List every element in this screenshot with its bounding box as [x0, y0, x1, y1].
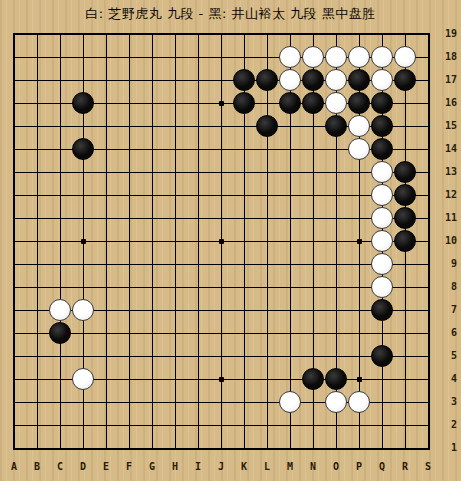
stone-white-q13 — [371, 161, 393, 183]
stone-white-q11 — [371, 207, 393, 229]
stone-black-o4 — [325, 368, 347, 390]
col-label-d: D — [75, 461, 91, 473]
stone-white-p14 — [348, 138, 370, 160]
col-label-o: O — [328, 461, 344, 473]
col-label-r: R — [397, 461, 413, 473]
col-label-p: P — [351, 461, 367, 473]
stone-white-p15 — [348, 115, 370, 137]
col-label-l: L — [259, 461, 275, 473]
go-game-viewer: 白: 芝野虎丸 九段 - 黑: 井山裕太 九段 黑中盘胜 ABCDEFGHIJK… — [0, 0, 461, 481]
stone-black-q14 — [371, 138, 393, 160]
stone-white-r18 — [394, 46, 416, 68]
row-label-19: 19 — [434, 28, 457, 40]
row-label-6: 6 — [434, 327, 457, 339]
stone-black-q15 — [371, 115, 393, 137]
stone-white-p18 — [348, 46, 370, 68]
stone-black-d16 — [72, 92, 94, 114]
row-label-15: 15 — [434, 120, 457, 132]
stone-black-p16 — [348, 92, 370, 114]
star-point-j16 — [219, 101, 224, 106]
stone-white-m3 — [279, 391, 301, 413]
stone-black-p17 — [348, 69, 370, 91]
stone-white-c7 — [49, 299, 71, 321]
row-label-5: 5 — [434, 350, 457, 362]
stone-white-o17 — [325, 69, 347, 91]
stone-black-l15 — [256, 115, 278, 137]
row-label-2: 2 — [434, 419, 457, 431]
col-label-q: Q — [374, 461, 390, 473]
row-label-12: 12 — [434, 189, 457, 201]
star-point-p10 — [357, 239, 362, 244]
col-label-c: C — [52, 461, 68, 473]
stone-white-m18 — [279, 46, 301, 68]
stone-white-d4 — [72, 368, 94, 390]
row-label-7: 7 — [434, 304, 457, 316]
row-label-10: 10 — [434, 235, 457, 247]
stone-black-q16 — [371, 92, 393, 114]
stone-white-q8 — [371, 276, 393, 298]
col-label-i: I — [190, 461, 206, 473]
stone-black-k17 — [233, 69, 255, 91]
star-point-j4 — [219, 377, 224, 382]
row-label-9: 9 — [434, 258, 457, 270]
col-label-b: B — [29, 461, 45, 473]
stone-black-m16 — [279, 92, 301, 114]
stone-black-r17 — [394, 69, 416, 91]
star-point-j10 — [219, 239, 224, 244]
stone-black-c6 — [49, 322, 71, 344]
row-label-3: 3 — [434, 396, 457, 408]
game-title: 白: 芝野虎丸 九段 - 黑: 井山裕太 九段 黑中盘胜 — [0, 5, 461, 23]
col-label-g: G — [144, 461, 160, 473]
stone-black-n16 — [302, 92, 324, 114]
stone-black-d14 — [72, 138, 94, 160]
stone-black-q7 — [371, 299, 393, 321]
row-label-4: 4 — [434, 373, 457, 385]
col-label-a: A — [6, 461, 22, 473]
col-label-k: K — [236, 461, 252, 473]
col-label-e: E — [98, 461, 114, 473]
stone-white-o3 — [325, 391, 347, 413]
stone-black-r10 — [394, 230, 416, 252]
stone-black-n4 — [302, 368, 324, 390]
row-label-13: 13 — [434, 166, 457, 178]
stone-white-p3 — [348, 391, 370, 413]
stone-white-q12 — [371, 184, 393, 206]
stone-white-q10 — [371, 230, 393, 252]
stone-white-m17 — [279, 69, 301, 91]
col-label-s: S — [420, 461, 436, 473]
row-label-11: 11 — [434, 212, 457, 224]
stone-black-r11 — [394, 207, 416, 229]
row-label-14: 14 — [434, 143, 457, 155]
stone-black-k16 — [233, 92, 255, 114]
col-label-f: F — [121, 461, 137, 473]
row-label-8: 8 — [434, 281, 457, 293]
stone-white-q18 — [371, 46, 393, 68]
stone-black-l17 — [256, 69, 278, 91]
row-label-18: 18 — [434, 51, 457, 63]
col-label-m: M — [282, 461, 298, 473]
stone-black-o15 — [325, 115, 347, 137]
col-label-n: N — [305, 461, 321, 473]
row-label-16: 16 — [434, 97, 457, 109]
stone-white-q9 — [371, 253, 393, 275]
stone-black-r13 — [394, 161, 416, 183]
col-label-j: J — [213, 461, 229, 473]
stone-black-q5 — [371, 345, 393, 367]
stone-black-n17 — [302, 69, 324, 91]
stone-white-d7 — [72, 299, 94, 321]
stone-white-q17 — [371, 69, 393, 91]
col-label-h: H — [167, 461, 183, 473]
stone-white-o18 — [325, 46, 347, 68]
stone-white-o16 — [325, 92, 347, 114]
stone-white-n18 — [302, 46, 324, 68]
row-label-17: 17 — [434, 74, 457, 86]
star-point-p4 — [357, 377, 362, 382]
stone-black-r12 — [394, 184, 416, 206]
row-label-1: 1 — [434, 442, 457, 454]
star-point-d10 — [81, 239, 86, 244]
